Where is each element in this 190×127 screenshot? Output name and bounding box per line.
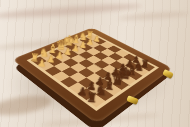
photo-scene: ♜♟♟♜♞♟♟♞♝♟♟♝♚♟♟♚♛♟♟♛♝♟♟♝♞♟♟♞♜♟♟♜ bbox=[0, 0, 190, 127]
black-rook: ♜ bbox=[82, 90, 103, 105]
white-pawn: ♟ bbox=[33, 57, 51, 69]
chess-board: ♜♟♟♜♞♟♟♞♝♟♟♝♚♟♟♚♛♟♟♛♝♟♟♝♞♟♟♞♜♟♟♜ bbox=[12, 27, 173, 124]
board-frame: ♜♟♟♜♞♟♟♞♝♟♟♝♚♟♟♚♛♟♟♛♝♟♟♝♞♟♟♞♜♟♟♜ bbox=[12, 27, 173, 124]
board-perspective-wrap: ♜♟♟♜♞♟♟♞♝♟♟♝♚♟♟♚♛♟♟♛♝♟♟♝♞♟♟♞♜♟♟♜ bbox=[0, 0, 190, 127]
